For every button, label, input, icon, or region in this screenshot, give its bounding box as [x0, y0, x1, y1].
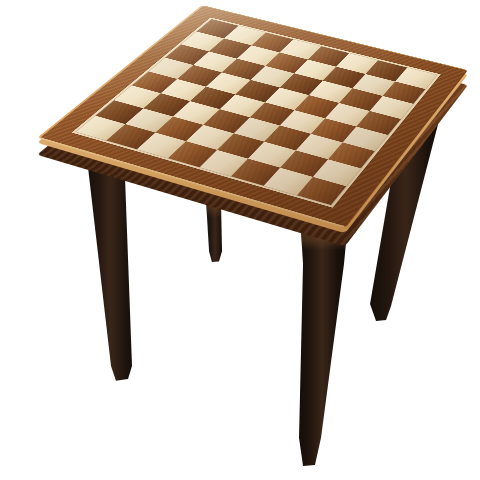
table-leg-front: [296, 232, 348, 470]
table-leg-left: [80, 150, 140, 382]
chess-table-photo: [0, 0, 480, 480]
